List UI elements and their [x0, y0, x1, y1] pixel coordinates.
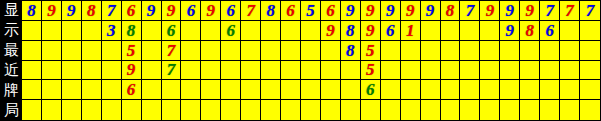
label-char-1: 显: [1, 1, 22, 21]
label-char-2: 示: [1, 21, 22, 41]
grid-cell-r1c1: 8: [22, 1, 42, 21]
grid-cell-r5c20: [401, 80, 421, 100]
grid-cell-r6c9: [181, 100, 201, 120]
result-digit: 9: [506, 2, 515, 19]
grid-cell-r4c2: [42, 61, 62, 81]
grid-cell-r6c23: [460, 100, 480, 120]
result-digit: 9: [426, 2, 435, 19]
grid-cell-r1c7: 9: [142, 1, 162, 21]
result-digit: 9: [326, 22, 335, 39]
grid-cell-r2c17: 8: [341, 21, 361, 41]
result-digit: 6: [167, 22, 176, 39]
grid-cell-r2c22: [441, 21, 461, 41]
grid-cell-r5c1: [22, 80, 42, 100]
result-digit: 8: [266, 2, 275, 19]
result-digit: 3: [107, 22, 116, 39]
grid-cell-r5c22: [441, 80, 461, 100]
grid-cell-r1c29: 7: [580, 1, 600, 21]
grid-cell-r3c2: [42, 41, 62, 61]
grid-cell-r3c27: [540, 41, 560, 61]
grid-cell-r5c6: 6: [122, 80, 142, 100]
grid-cell-r3c11: [221, 41, 241, 61]
grid-cell-r4c28: [560, 61, 580, 81]
result-digit: 7: [466, 2, 475, 19]
grid-cell-r2c18: 9: [361, 21, 381, 41]
grid-cell-r1c22: 8: [441, 1, 461, 21]
grid-cell-r6c10: [201, 100, 221, 120]
grid-cell-r1c12: 7: [241, 1, 261, 21]
grid-cell-r6c26: [520, 100, 540, 120]
grid-cell-r2c9: [181, 21, 201, 41]
grid-cell-r2c13: [261, 21, 281, 41]
grid-cell-r4c10: [201, 61, 221, 81]
grid-cell-r6c8: [162, 100, 182, 120]
result-digit: 9: [366, 22, 375, 39]
result-digit: 9: [207, 2, 216, 19]
result-digit: 8: [525, 22, 534, 39]
grid-cell-r2c28: [560, 21, 580, 41]
result-digit: 9: [506, 22, 515, 39]
grid-cell-r6c13: [261, 100, 281, 120]
grid-cell-r5c23: [460, 80, 480, 100]
grid-cell-r2c2: [42, 21, 62, 41]
grid-cell-r2c5: 3: [102, 21, 122, 41]
grid-cell-r3c23: [460, 41, 480, 61]
label-char-6: 局: [1, 100, 22, 120]
result-digit: 9: [346, 2, 355, 19]
grid-cell-r3c29: [580, 41, 600, 61]
grid-cell-r4c17: [341, 61, 361, 81]
grid-cell-r5c11: [221, 80, 241, 100]
grid-cell-r6c7: [142, 100, 162, 120]
grid-cell-r5c28: [560, 80, 580, 100]
result-digit: 8: [87, 2, 96, 19]
grid-cell-r2c4: [82, 21, 102, 41]
grid-cell-r1c16: 6: [321, 1, 341, 21]
grid-cell-r3c1: [22, 41, 42, 61]
result-digit: 6: [127, 81, 136, 98]
grid-cell-r4c4: [82, 61, 102, 81]
results-grid: 8998769969678656999998799977738669896198…: [22, 1, 600, 120]
grid-cell-r3c9: [181, 41, 201, 61]
grid-cell-r5c17: [341, 80, 361, 100]
grid-cell-r4c9: [181, 61, 201, 81]
grid-cell-r6c19: [381, 100, 401, 120]
result-digit: 9: [406, 2, 415, 19]
grid-cell-r5c7: [142, 80, 162, 100]
grid-cell-r6c15: [301, 100, 321, 120]
grid-cell-r6c25: [500, 100, 520, 120]
grid-cell-r6c6: [122, 100, 142, 120]
grid-cell-r1c21: 9: [421, 1, 441, 21]
grid-cell-r1c25: 9: [500, 1, 520, 21]
result-digit: 7: [167, 42, 176, 59]
result-digit: 6: [326, 2, 335, 19]
grid-cell-r6c2: [42, 100, 62, 120]
grid-cell-r3c10: [201, 41, 221, 61]
result-digit: 9: [47, 2, 56, 19]
grid-cell-r1c3: 9: [62, 1, 82, 21]
grid-cell-r2c25: 9: [500, 21, 520, 41]
grid-cell-r5c27: [540, 80, 560, 100]
grid-cell-r1c14: 6: [281, 1, 301, 21]
grid-cell-r2c15: [301, 21, 321, 41]
grid-cell-r3c22: [441, 41, 461, 61]
grid-cell-r3c18: 5: [361, 41, 381, 61]
grid-cell-r6c18: [361, 100, 381, 120]
result-digit: 5: [366, 42, 375, 59]
grid-cell-r4c15: [301, 61, 321, 81]
result-digit: 7: [586, 2, 595, 19]
grid-cell-r4c22: [441, 61, 461, 81]
grid-cell-r1c18: 9: [361, 1, 381, 21]
grid-cell-r1c26: 9: [520, 1, 540, 21]
grid-cell-r6c22: [441, 100, 461, 120]
grid-cell-r4c13: [261, 61, 281, 81]
grid-cell-r1c20: 9: [401, 1, 421, 21]
grid-cell-r3c3: [62, 41, 82, 61]
grid-cell-r6c11: [221, 100, 241, 120]
grid-cell-r5c9: [181, 80, 201, 100]
grid-cell-r1c27: 7: [540, 1, 560, 21]
grid-cell-r6c21: [421, 100, 441, 120]
grid-cell-r4c21: [421, 61, 441, 81]
grid-cell-r6c14: [281, 100, 301, 120]
grid-cell-r1c23: 7: [460, 1, 480, 21]
grid-cell-r2c14: [281, 21, 301, 41]
grid-cell-r1c9: 6: [181, 1, 201, 21]
grid-cell-r6c12: [241, 100, 261, 120]
recent-results-board: 显示最近牌局 899876996967865699999879997773866…: [0, 0, 601, 121]
grid-cell-r3c28: [560, 41, 580, 61]
result-digit: 7: [107, 2, 116, 19]
grid-cell-r4c1: [22, 61, 42, 81]
grid-cell-r5c15: [301, 80, 321, 100]
grid-cell-r4c24: [480, 61, 500, 81]
label-char-5: 牌: [1, 80, 22, 100]
grid-cell-r5c29: [580, 80, 600, 100]
grid-cell-r4c20: [401, 61, 421, 81]
grid-cell-r2c24: [480, 21, 500, 41]
grid-cell-r1c4: 8: [82, 1, 102, 21]
result-digit: 6: [127, 2, 136, 19]
grid-cell-r3c15: [301, 41, 321, 61]
grid-cell-r1c15: 5: [301, 1, 321, 21]
grid-cell-r2c3: [62, 21, 82, 41]
grid-cell-r6c29: [580, 100, 600, 120]
grid-cell-r2c7: [142, 21, 162, 41]
grid-cell-r5c16: [321, 80, 341, 100]
grid-cell-r3c17: 8: [341, 41, 361, 61]
grid-cell-r2c10: [201, 21, 221, 41]
grid-cell-r5c4: [82, 80, 102, 100]
result-digit: 8: [346, 22, 355, 39]
grid-cell-r3c8: 7: [162, 41, 182, 61]
result-digit: 6: [187, 2, 196, 19]
grid-cell-r2c20: 1: [401, 21, 421, 41]
result-digit: 7: [545, 2, 554, 19]
result-digit: 7: [565, 2, 574, 19]
result-digit: 8: [446, 2, 455, 19]
grid-cell-r6c4: [82, 100, 102, 120]
grid-cell-r6c20: [401, 100, 421, 120]
grid-cell-r1c10: 9: [201, 1, 221, 21]
result-digit: 8: [127, 22, 136, 39]
result-digit: 6: [386, 22, 395, 39]
grid-cell-r2c26: 8: [520, 21, 540, 41]
grid-cell-r4c12: [241, 61, 261, 81]
grid-cell-r6c27: [540, 100, 560, 120]
grid-cell-r3c20: [401, 41, 421, 61]
grid-cell-r1c19: 9: [381, 1, 401, 21]
grid-cell-r1c8: 9: [162, 1, 182, 21]
result-digit: 9: [147, 2, 156, 19]
grid-cell-r3c16: [321, 41, 341, 61]
grid-cell-r2c8: 6: [162, 21, 182, 41]
result-digit: 6: [545, 22, 554, 39]
grid-cell-r2c29: [580, 21, 600, 41]
grid-cell-r5c18: 6: [361, 80, 381, 100]
grid-cell-r4c27: [540, 61, 560, 81]
grid-cell-r5c2: [42, 80, 62, 100]
grid-cell-r1c24: 9: [480, 1, 500, 21]
grid-cell-r2c1: [22, 21, 42, 41]
result-digit: 9: [486, 2, 495, 19]
result-digit: 6: [366, 81, 375, 98]
result-digit: 9: [525, 2, 534, 19]
label-char-4: 近: [1, 60, 22, 80]
grid-cell-r1c6: 6: [122, 1, 142, 21]
grid-cell-r3c5: [102, 41, 122, 61]
grid-cell-r3c25: [500, 41, 520, 61]
grid-cell-r1c5: 7: [102, 1, 122, 21]
result-digit: 8: [27, 2, 36, 19]
grid-cell-r4c6: 9: [122, 61, 142, 81]
grid-cell-r4c26: [520, 61, 540, 81]
grid-cell-r2c11: 6: [221, 21, 241, 41]
grid-cell-r4c29: [580, 61, 600, 81]
board-label: 显示最近牌局: [1, 1, 22, 120]
grid-cell-r2c27: 6: [540, 21, 560, 41]
result-digit: 9: [127, 61, 136, 78]
grid-cell-r4c5: [102, 61, 122, 81]
grid-cell-r5c5: [102, 80, 122, 100]
result-digit: 6: [227, 22, 236, 39]
grid-cell-r4c8: 7: [162, 61, 182, 81]
result-digit: 5: [127, 42, 136, 59]
result-digit: 9: [167, 2, 176, 19]
grid-cell-r4c23: [460, 61, 480, 81]
result-digit: 9: [386, 2, 395, 19]
grid-cell-r6c16: [321, 100, 341, 120]
grid-cell-r2c12: [241, 21, 261, 41]
grid-cell-r1c28: 7: [560, 1, 580, 21]
result-digit: 7: [167, 61, 176, 78]
grid-cell-r6c1: [22, 100, 42, 120]
grid-cell-r5c26: [520, 80, 540, 100]
grid-cell-r2c6: 8: [122, 21, 142, 41]
grid-cell-r6c17: [341, 100, 361, 120]
grid-cell-r5c25: [500, 80, 520, 100]
grid-cell-r5c14: [281, 80, 301, 100]
grid-cell-r2c19: 6: [381, 21, 401, 41]
result-digit: 1: [406, 22, 415, 39]
result-digit: 8: [346, 42, 355, 59]
result-digit: 5: [366, 61, 375, 78]
grid-cell-r6c5: [102, 100, 122, 120]
result-digit: 5: [306, 2, 315, 19]
grid-cell-r4c18: 5: [361, 61, 381, 81]
grid-cell-r6c28: [560, 100, 580, 120]
grid-cell-r4c11: [221, 61, 241, 81]
grid-cell-r1c11: 6: [221, 1, 241, 21]
grid-cell-r4c25: [500, 61, 520, 81]
grid-cell-r5c8: [162, 80, 182, 100]
grid-cell-r3c21: [421, 41, 441, 61]
grid-cell-r2c23: [460, 21, 480, 41]
grid-cell-r2c21: [421, 21, 441, 41]
grid-cell-r4c3: [62, 61, 82, 81]
grid-cell-r3c19: [381, 41, 401, 61]
grid-cell-r3c24: [480, 41, 500, 61]
result-digit: 7: [246, 2, 255, 19]
grid-cell-r5c13: [261, 80, 281, 100]
label-char-3: 最: [1, 41, 22, 61]
grid-cell-r4c14: [281, 61, 301, 81]
grid-cell-r1c17: 9: [341, 1, 361, 21]
grid-cell-r3c14: [281, 41, 301, 61]
grid-cell-r6c24: [480, 100, 500, 120]
result-digit: 6: [286, 2, 295, 19]
result-digit: 6: [227, 2, 236, 19]
grid-cell-r1c2: 9: [42, 1, 62, 21]
grid-cell-r3c13: [261, 41, 281, 61]
grid-cell-r3c4: [82, 41, 102, 61]
grid-cell-r3c26: [520, 41, 540, 61]
grid-cell-r6c3: [62, 100, 82, 120]
grid-cell-r5c12: [241, 80, 261, 100]
result-digit: 9: [67, 2, 76, 19]
grid-cell-r4c7: [142, 61, 162, 81]
grid-cell-r3c7: [142, 41, 162, 61]
grid-cell-r5c10: [201, 80, 221, 100]
grid-cell-r4c19: [381, 61, 401, 81]
grid-cell-r3c12: [241, 41, 261, 61]
grid-cell-r5c3: [62, 80, 82, 100]
grid-cell-r5c19: [381, 80, 401, 100]
result-digit: 9: [366, 2, 375, 19]
grid-cell-r5c24: [480, 80, 500, 100]
grid-cell-r3c6: 5: [122, 41, 142, 61]
grid-cell-r5c21: [421, 80, 441, 100]
grid-cell-r2c16: 9: [321, 21, 341, 41]
grid-cell-r4c16: [321, 61, 341, 81]
grid-cell-r1c13: 8: [261, 1, 281, 21]
